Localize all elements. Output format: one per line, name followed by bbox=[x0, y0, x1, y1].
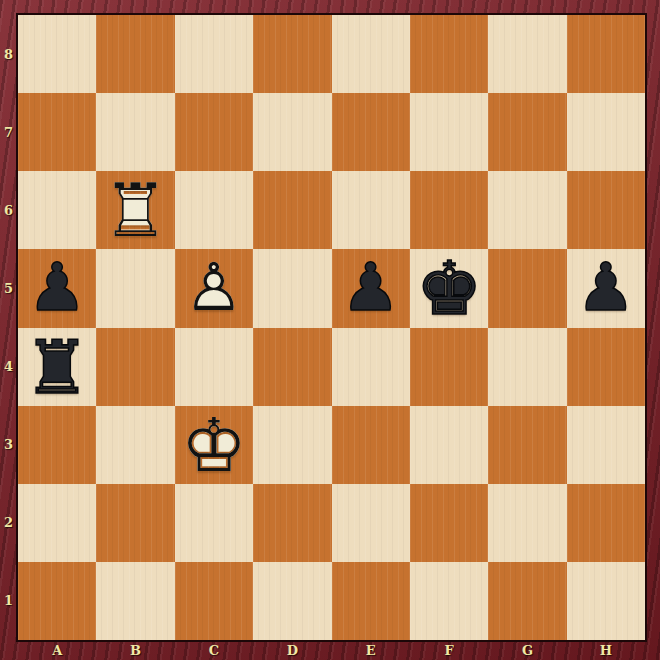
square-a3[interactable] bbox=[18, 406, 96, 484]
square-c1[interactable] bbox=[175, 562, 253, 640]
square-c8[interactable] bbox=[175, 15, 253, 93]
white-king-outline-icon: ♔ bbox=[175, 406, 253, 484]
black-rook-a4[interactable]: ♜ bbox=[18, 328, 96, 406]
square-f7[interactable] bbox=[410, 93, 488, 171]
square-f8[interactable] bbox=[410, 15, 488, 93]
black-pawn-icon: ♟ bbox=[567, 249, 645, 327]
white-rook-icon: ♜ bbox=[96, 171, 174, 249]
square-h4[interactable] bbox=[567, 328, 645, 406]
square-f5[interactable]: ♚ bbox=[410, 249, 488, 327]
white-rook-outline-icon: ♖ bbox=[96, 171, 174, 249]
rank-label-2: 2 bbox=[0, 484, 17, 562]
black-rook-icon: ♜ bbox=[18, 328, 96, 406]
square-d5[interactable] bbox=[253, 249, 331, 327]
white-pawn-outline-icon: ♙ bbox=[175, 249, 253, 327]
square-c3[interactable]: ♚♔ bbox=[175, 406, 253, 484]
square-g5[interactable] bbox=[488, 249, 566, 327]
square-b4[interactable] bbox=[96, 328, 174, 406]
square-b1[interactable] bbox=[96, 562, 174, 640]
square-b6[interactable]: ♜♖ bbox=[96, 171, 174, 249]
chess-board: ♜♖♟♟♙♟♚♟♜♚♔ bbox=[18, 15, 645, 640]
rank-label-8: 8 bbox=[0, 15, 17, 93]
file-label-a: A bbox=[18, 640, 96, 660]
black-pawn-icon: ♟ bbox=[332, 249, 410, 327]
square-d1[interactable] bbox=[253, 562, 331, 640]
square-f4[interactable] bbox=[410, 328, 488, 406]
rank-label-1: 1 bbox=[0, 562, 17, 640]
file-label-f: F bbox=[410, 640, 488, 660]
square-b3[interactable] bbox=[96, 406, 174, 484]
black-king-icon: ♚ bbox=[410, 249, 488, 327]
square-a1[interactable] bbox=[18, 562, 96, 640]
square-f6[interactable] bbox=[410, 171, 488, 249]
white-king-c3[interactable]: ♚♔ bbox=[175, 406, 253, 484]
file-label-c: C bbox=[175, 640, 253, 660]
square-g6[interactable] bbox=[488, 171, 566, 249]
square-e5[interactable]: ♟ bbox=[332, 249, 410, 327]
square-h7[interactable] bbox=[567, 93, 645, 171]
square-d8[interactable] bbox=[253, 15, 331, 93]
square-e2[interactable] bbox=[332, 484, 410, 562]
square-g2[interactable] bbox=[488, 484, 566, 562]
square-e1[interactable] bbox=[332, 562, 410, 640]
black-king-f5[interactable]: ♚ bbox=[410, 249, 488, 327]
square-a4[interactable]: ♜ bbox=[18, 328, 96, 406]
square-d4[interactable] bbox=[253, 328, 331, 406]
black-pawn-h5[interactable]: ♟ bbox=[567, 249, 645, 327]
rank-label-5: 5 bbox=[0, 249, 17, 327]
square-c4[interactable] bbox=[175, 328, 253, 406]
black-pawn-e5[interactable]: ♟ bbox=[332, 249, 410, 327]
square-b7[interactable] bbox=[96, 93, 174, 171]
square-g1[interactable] bbox=[488, 562, 566, 640]
rank-label-7: 7 bbox=[0, 93, 17, 171]
square-a7[interactable] bbox=[18, 93, 96, 171]
square-a8[interactable] bbox=[18, 15, 96, 93]
square-d2[interactable] bbox=[253, 484, 331, 562]
square-g3[interactable] bbox=[488, 406, 566, 484]
file-label-h: H bbox=[567, 640, 645, 660]
square-h1[interactable] bbox=[567, 562, 645, 640]
white-king-icon: ♚ bbox=[175, 406, 253, 484]
square-f3[interactable] bbox=[410, 406, 488, 484]
square-a2[interactable] bbox=[18, 484, 96, 562]
square-f1[interactable] bbox=[410, 562, 488, 640]
square-e4[interactable] bbox=[332, 328, 410, 406]
rank-label-6: 6 bbox=[0, 171, 17, 249]
square-e7[interactable] bbox=[332, 93, 410, 171]
square-e8[interactable] bbox=[332, 15, 410, 93]
square-d3[interactable] bbox=[253, 406, 331, 484]
square-g4[interactable] bbox=[488, 328, 566, 406]
square-c5[interactable]: ♟♙ bbox=[175, 249, 253, 327]
black-pawn-a5[interactable]: ♟ bbox=[18, 249, 96, 327]
rank-labels: 87654321 bbox=[0, 15, 17, 640]
square-e3[interactable] bbox=[332, 406, 410, 484]
file-label-g: G bbox=[488, 640, 566, 660]
file-label-e: E bbox=[332, 640, 410, 660]
board-frame: ♜♖♟♟♙♟♚♟♜♚♔ 87654321 ABCDEFGH bbox=[0, 0, 660, 660]
square-g7[interactable] bbox=[488, 93, 566, 171]
square-c2[interactable] bbox=[175, 484, 253, 562]
black-pawn-icon: ♟ bbox=[18, 249, 96, 327]
square-g8[interactable] bbox=[488, 15, 566, 93]
white-rook-b6[interactable]: ♜♖ bbox=[96, 171, 174, 249]
rank-label-3: 3 bbox=[0, 406, 17, 484]
square-h6[interactable] bbox=[567, 171, 645, 249]
square-c6[interactable] bbox=[175, 171, 253, 249]
square-a6[interactable] bbox=[18, 171, 96, 249]
square-h8[interactable] bbox=[567, 15, 645, 93]
square-h5[interactable]: ♟ bbox=[567, 249, 645, 327]
rank-label-4: 4 bbox=[0, 328, 17, 406]
square-d7[interactable] bbox=[253, 93, 331, 171]
square-b2[interactable] bbox=[96, 484, 174, 562]
file-label-b: B bbox=[96, 640, 174, 660]
square-e6[interactable] bbox=[332, 171, 410, 249]
square-b5[interactable] bbox=[96, 249, 174, 327]
white-pawn-icon: ♟ bbox=[175, 249, 253, 327]
square-f2[interactable] bbox=[410, 484, 488, 562]
square-b8[interactable] bbox=[96, 15, 174, 93]
square-h2[interactable] bbox=[567, 484, 645, 562]
white-pawn-c5[interactable]: ♟♙ bbox=[175, 249, 253, 327]
file-label-d: D bbox=[253, 640, 331, 660]
square-c7[interactable] bbox=[175, 93, 253, 171]
square-d6[interactable] bbox=[253, 171, 331, 249]
square-h3[interactable] bbox=[567, 406, 645, 484]
file-labels: ABCDEFGH bbox=[18, 640, 645, 660]
square-a5[interactable]: ♟ bbox=[18, 249, 96, 327]
